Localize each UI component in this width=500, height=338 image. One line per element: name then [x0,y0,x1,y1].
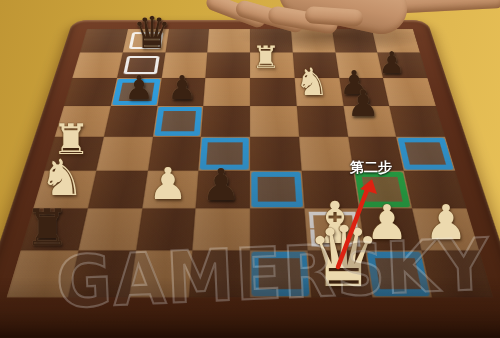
square-e4[interactable] [250,137,301,171]
white-knight-a3[interactable]: ♞ [40,153,85,203]
white-pawn-c3[interactable]: ♟ [148,162,187,206]
square-b4[interactable] [96,137,152,171]
black-pawn-c6[interactable]: ♟ [167,71,197,104]
square-c1[interactable] [128,250,192,297]
legal-move-highlight-e1[interactable] [251,252,309,297]
square-c2[interactable] [135,208,195,250]
square-b3[interactable] [88,171,148,209]
square-e3[interactable] [250,171,304,209]
hand-arm [352,0,500,16]
square-h5[interactable] [390,106,446,137]
square-b5[interactable] [104,106,157,137]
square-d5[interactable] [201,106,250,137]
black-pawn-d3[interactable]: ♟ [201,163,240,207]
legal-move-highlight-c5[interactable] [154,107,203,136]
square-d7[interactable] [206,52,250,78]
white-queen-f1[interactable]: ♛ [306,215,381,299]
square-d6[interactable] [203,78,250,106]
square-b1[interactable] [68,250,136,297]
square-e1[interactable] [250,250,311,297]
square-a6[interactable] [64,78,117,106]
square-b2[interactable] [78,208,142,250]
black-pawn-b6[interactable]: ♟ [124,71,154,104]
square-d1[interactable] [189,250,250,297]
step-label: 第二步 [350,159,392,177]
white-rook-e7[interactable]: ♜ [252,42,280,73]
square-e6[interactable] [250,78,297,106]
legal-move-highlight-e3[interactable] [251,172,302,208]
black-pawn-h7[interactable]: ♟ [379,48,406,78]
white-knight-f6[interactable]: ♞ [295,63,329,101]
square-e2[interactable] [250,208,307,250]
square-e5[interactable] [250,106,299,137]
legal-move-highlight-h4[interactable] [398,138,454,170]
square-f4[interactable] [299,137,353,171]
white-pawn-h2[interactable]: ♟ [424,198,467,246]
black-rook-a2[interactable]: ♜ [25,203,70,253]
square-a7[interactable] [72,52,122,78]
square-a1[interactable] [7,250,78,297]
square-c5[interactable] [152,106,203,137]
square-d2[interactable] [193,208,250,250]
black-queen-b8[interactable]: ♛ [132,11,171,55]
square-f5[interactable] [297,106,348,137]
square-h4[interactable] [396,137,455,171]
square-h6[interactable] [383,78,436,106]
chess-game-screen: ♛♜♟♟♟♞♟♟♜♞♟♟♜♝♟♟♛ 第二步 GAMERSKY [0,0,500,338]
black-pawn-g5[interactable]: ♟ [346,85,379,122]
